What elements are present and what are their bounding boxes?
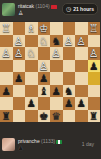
white-piece-R-a1: ♖ — [88, 22, 101, 35]
square-g4[interactable] — [13, 60, 26, 73]
square-e4[interactable]: ♙ — [38, 60, 51, 73]
black-piece-P-e5: ♟ — [38, 72, 51, 85]
square-h4[interactable] — [0, 60, 13, 73]
square-d6[interactable]: ♟ — [50, 85, 63, 98]
square-b3[interactable] — [75, 47, 88, 60]
square-d8[interactable]: ♛ — [50, 110, 63, 123]
square-h3[interactable]: ♙ — [0, 47, 13, 60]
square-a7[interactable] — [88, 97, 101, 110]
square-f6[interactable] — [25, 85, 38, 98]
square-a1[interactable]: ♖ — [88, 22, 101, 35]
square-e2[interactable]: ♘ — [38, 35, 51, 48]
square-e7[interactable] — [38, 97, 51, 110]
square-b6[interactable] — [75, 85, 88, 98]
square-a5[interactable] — [88, 72, 101, 85]
white-piece-P-e4: ♙ — [38, 60, 51, 73]
black-piece-R-h8: ♜ — [0, 110, 13, 123]
white-piece-N-f3: ♘ — [25, 47, 38, 60]
clock-icon: ◷ — [66, 6, 71, 12]
square-c4[interactable] — [63, 60, 76, 73]
square-g8[interactable] — [13, 110, 26, 123]
square-f8[interactable] — [25, 110, 38, 123]
black-piece-P-g5: ♟ — [13, 72, 26, 85]
black-piece-Q-d8: ♛ — [50, 110, 63, 123]
black-piece-N-c6: ♞ — [63, 85, 76, 98]
square-c2[interactable]: ♙ — [63, 35, 76, 48]
square-b7[interactable]: ♟ — [75, 97, 88, 110]
square-c7[interactable]: ♟ — [63, 97, 76, 110]
white-piece-R-h1: ♖ — [0, 22, 13, 35]
square-f1[interactable]: ♗ — [25, 22, 38, 35]
square-c5[interactable] — [63, 72, 76, 85]
square-a3[interactable]: ♙ — [88, 47, 101, 60]
square-e3[interactable] — [38, 47, 51, 60]
square-h7[interactable] — [0, 97, 13, 110]
green-flag-icon — [56, 140, 62, 144]
square-d5[interactable] — [50, 72, 63, 85]
square-b4[interactable] — [75, 60, 88, 73]
red-flag-icon — [51, 5, 57, 9]
square-h1[interactable]: ♖ — [0, 22, 13, 35]
square-f5[interactable] — [25, 72, 38, 85]
bottom-player-avatar[interactable] — [2, 138, 15, 151]
bottom-player-rating: (1133) — [41, 138, 55, 144]
square-b1[interactable] — [75, 22, 88, 35]
square-g1[interactable] — [13, 22, 26, 35]
black-pawn-icon: ♟ — [18, 144, 23, 151]
square-g5[interactable]: ♟ — [13, 72, 26, 85]
chess-board[interactable]: ♖♗♔♖♙♘♞♙♙♙♙♘♙♙♙♟♟♟♟♝♟♞♟♟♟♜♚♛♜ — [0, 22, 100, 122]
square-g6[interactable] — [13, 85, 26, 98]
square-c3[interactable] — [63, 47, 76, 60]
square-e8[interactable]: ♚ — [38, 110, 51, 123]
white-piece-P-a3: ♙ — [88, 47, 101, 60]
square-e5[interactable]: ♟ — [38, 72, 51, 85]
square-c6[interactable]: ♞ — [63, 85, 76, 98]
square-e1[interactable]: ♔ — [38, 22, 51, 35]
white-piece-P-g3: ♙ — [13, 47, 26, 60]
black-piece-P-f7: ♟ — [25, 97, 38, 110]
top-player-line[interactable]: ritatcak (1104) — [18, 3, 57, 9]
black-piece-P-b7: ♟ — [75, 97, 88, 110]
bottom-player-bar: privanche (1133) ♟ 1 day — [0, 135, 100, 159]
square-g2[interactable]: ♙ — [13, 35, 26, 48]
square-b5[interactable] — [75, 72, 88, 85]
square-f7[interactable]: ♟ — [25, 97, 38, 110]
white-piece-P-h3: ♙ — [0, 47, 13, 60]
top-player-bar: ritatcak (1104) ♙ ◷ 21 hours — [0, 0, 100, 21]
square-e6[interactable]: ♝ — [38, 85, 51, 98]
white-piece-P-d3: ♙ — [50, 47, 63, 60]
square-d3[interactable]: ♙ — [50, 47, 63, 60]
square-a8[interactable]: ♜ — [88, 110, 101, 123]
time-control-label: 1 day — [82, 141, 94, 147]
white-piece-K-e1: ♔ — [38, 22, 51, 35]
square-d1[interactable] — [50, 22, 63, 35]
square-b2[interactable]: ♙ — [75, 35, 88, 48]
square-b8[interactable] — [75, 110, 88, 123]
square-a6[interactable] — [88, 85, 101, 98]
square-c1[interactable] — [63, 22, 76, 35]
square-c8[interactable] — [63, 110, 76, 123]
black-piece-P-a4: ♟ — [88, 60, 101, 73]
white-pawn-icon: ♙ — [18, 9, 23, 16]
black-piece-P-d6: ♟ — [50, 85, 63, 98]
square-d4[interactable] — [50, 60, 63, 73]
square-h2[interactable] — [0, 35, 13, 48]
square-h5[interactable] — [0, 72, 13, 85]
square-h8[interactable]: ♜ — [0, 110, 13, 123]
top-player-rating: (1104) — [36, 3, 50, 9]
square-f2[interactable] — [25, 35, 38, 48]
square-f4[interactable] — [25, 60, 38, 73]
square-g3[interactable]: ♙ — [13, 47, 26, 60]
square-f3[interactable]: ♘ — [25, 47, 38, 60]
square-g7[interactable] — [13, 97, 26, 110]
square-a4[interactable]: ♟ — [88, 60, 101, 73]
white-piece-P-c2: ♙ — [63, 35, 76, 48]
square-a2[interactable] — [88, 35, 101, 48]
square-h6[interactable]: ♟ — [0, 85, 13, 98]
black-piece-N-d2: ♞ — [50, 35, 63, 48]
black-piece-P-h6: ♟ — [0, 85, 13, 98]
move-timer-text: 21 hours — [73, 6, 94, 12]
move-timer-badge: ◷ 21 hours — [62, 3, 98, 15]
square-d7[interactable] — [50, 97, 63, 110]
top-player-avatar[interactable] — [2, 3, 15, 16]
square-d2[interactable]: ♞ — [50, 35, 63, 48]
black-piece-P-c7: ♟ — [63, 97, 76, 110]
black-piece-R-a8: ♜ — [88, 110, 101, 123]
black-piece-K-e8: ♚ — [38, 110, 51, 123]
white-piece-P-g2: ♙ — [13, 35, 26, 48]
white-piece-P-b2: ♙ — [75, 35, 88, 48]
white-piece-N-e2: ♘ — [38, 35, 51, 48]
black-piece-B-e6: ♝ — [38, 85, 51, 98]
white-piece-B-f1: ♗ — [25, 22, 38, 35]
bottom-player-line[interactable]: privanche (1133) — [18, 138, 62, 144]
